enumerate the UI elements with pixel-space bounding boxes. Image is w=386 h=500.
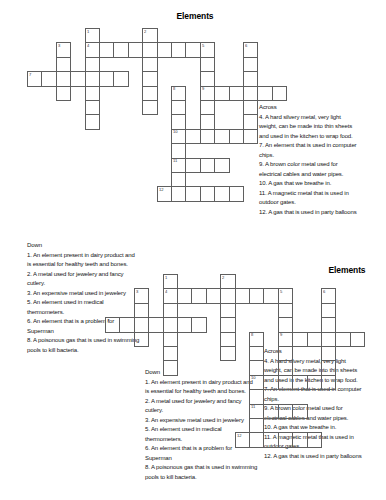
cell-number: 11 — [173, 159, 177, 163]
down-clue-line: thermometers. — [27, 308, 139, 318]
grid-cell: 3 — [134, 288, 149, 303]
down-header: Down — [27, 241, 139, 251]
grid-cell — [134, 303, 149, 318]
cell-number: 9 — [202, 87, 204, 91]
across-clue-line: outdoor gates. — [259, 198, 357, 208]
cell-number: 3 — [58, 44, 60, 48]
grid-cell — [134, 332, 149, 347]
grid-cell — [191, 288, 206, 303]
grid-cell — [113, 42, 128, 57]
across-clues: Across 4. A hard silvery metal, very lig… — [259, 103, 357, 218]
grid-cell — [56, 57, 71, 72]
crossword-grid: 457910111212368 — [105, 274, 366, 449]
grid-cell — [214, 186, 229, 201]
down-clue-line: cutlery. — [145, 406, 257, 416]
across-clues: Across 4. A hard silvery metal, very lig… — [264, 347, 362, 462]
grid-cell — [142, 71, 157, 86]
across-clue-lines: 4. A hard silvery metal, very lightweigh… — [264, 357, 362, 462]
grid-cell: 4 — [85, 42, 100, 57]
down-header: Down — [145, 368, 257, 378]
across-clue-line: and used in the kitchen to wrap food. — [259, 132, 357, 142]
cell-number: 4 — [165, 290, 167, 294]
grid-cell: 4 — [163, 288, 178, 303]
crossword-grid: 457910111212368 — [27, 28, 288, 203]
across-clue-line: 9. A brown color metal used for — [264, 404, 362, 414]
down-clue-line: 1. An element present in dairy product a… — [145, 378, 257, 388]
cell-number: 9 — [280, 333, 282, 337]
cell-number: 6 — [323, 290, 325, 294]
grid-cell — [85, 114, 100, 129]
grid-cell: 12 — [157, 186, 172, 201]
across-clue-line: 9. A brown color metal used for — [259, 160, 357, 170]
grid-cell — [292, 432, 307, 447]
grid-cell — [206, 288, 221, 303]
grid-cell — [249, 418, 264, 433]
cell-number: 10 — [173, 130, 178, 134]
down-clue-line: 8. A poisonous gas that is used in swimm… — [27, 336, 139, 346]
grid-cell — [171, 100, 186, 115]
across-header: Across — [264, 347, 362, 357]
grid-cell — [119, 317, 134, 332]
down-clue-line: 6. An element that is a problem for — [27, 317, 139, 327]
grid-cell — [214, 158, 229, 173]
grid-cell — [220, 317, 235, 332]
grid-cell — [163, 360, 178, 375]
grid-cell — [307, 432, 322, 447]
grid-cell — [292, 404, 307, 419]
grid-cell — [307, 332, 322, 347]
grid-cell — [142, 100, 157, 115]
grid-cell — [214, 129, 229, 144]
grid-cell — [85, 57, 100, 72]
down-clue-line: cutlery. — [27, 279, 139, 289]
grid-cell: 7 — [105, 317, 120, 332]
grid-cell — [142, 42, 157, 57]
grid-cell — [185, 129, 200, 144]
grid-cell — [278, 432, 293, 447]
across-clue-line: 11. A magnetic metal that is used in — [264, 433, 362, 443]
grid-cell — [142, 86, 157, 101]
grid-cell: 7 — [27, 71, 42, 86]
cell-number: 4 — [87, 44, 89, 48]
down-clue-line: 8. A poisonous gas that is used in swimm… — [145, 463, 257, 473]
across-clue-line: chips. — [259, 151, 357, 161]
down-clue-line: 5. An element used in medical — [145, 425, 257, 435]
cell-number: 2 — [222, 276, 224, 280]
grid-cell — [177, 317, 192, 332]
grid-cell — [214, 86, 229, 101]
grid-cell — [41, 71, 56, 86]
across-clue-line: 7. An element that is used in computer — [259, 141, 357, 151]
puzzle-title: Elements — [159, 11, 231, 21]
grid-cell — [249, 346, 264, 361]
down-clue-line: 3. An expensive metal used in jewelery — [27, 289, 139, 299]
cell-number: 7 — [29, 73, 31, 77]
puzzle-title: Elements — [311, 265, 383, 275]
down-clue-line: pools to kill bacteria. — [145, 473, 257, 483]
grid-cell: 10 — [171, 129, 186, 144]
grid-cell — [171, 143, 186, 158]
down-clue-line: pools to kill bacteria. — [27, 346, 139, 356]
grid-cell — [163, 317, 178, 332]
cell-number: 1 — [165, 276, 167, 280]
grid-cell — [278, 360, 293, 375]
down-clue-line: 2. A metal used for jewelery and fancy — [145, 397, 257, 407]
grid-cell — [171, 172, 186, 187]
grid-cell: 6 — [321, 288, 336, 303]
across-clue-line: 10. A gas that we breathe in. — [259, 179, 357, 189]
grid-cell — [177, 288, 192, 303]
across-clue-line: electrical cables and water pipes. — [264, 414, 362, 424]
across-clue-lines: 4. A hard silvery metal, very lightweigh… — [259, 113, 357, 218]
grid-cell — [185, 158, 200, 173]
puzzle-copy-1: Elements 457910111212368 Across 4. A har… — [0, 0, 386, 500]
grid-cell — [235, 288, 250, 303]
grid-cell — [278, 317, 293, 332]
grid-cell — [229, 129, 244, 144]
cell-number: 12 — [159, 188, 164, 192]
grid-cell — [200, 57, 215, 72]
grid-cell — [191, 317, 206, 332]
grid-cell: 10 — [249, 375, 264, 390]
cell-number: 1 — [87, 30, 89, 34]
grid-cell — [142, 57, 157, 72]
down-clues: Down 1. An element present in dairy prod… — [145, 368, 257, 483]
grid-cell — [220, 288, 235, 303]
grid-cell: 1 — [163, 274, 178, 289]
cell-number: 12 — [237, 434, 242, 438]
cell-number: 6 — [245, 44, 247, 48]
grid-cell — [157, 42, 172, 57]
grid-cell — [243, 71, 258, 86]
grid-cell — [99, 42, 114, 57]
grid-cell: 5 — [200, 42, 215, 57]
grid-cell — [171, 42, 186, 57]
grid-cell — [200, 129, 215, 144]
grid-cell — [171, 186, 186, 201]
across-clue-line: weight, can be made into thin sheets — [259, 122, 357, 132]
grid-cell: 2 — [142, 28, 157, 43]
grid-cell — [263, 375, 278, 390]
grid-cell — [148, 317, 163, 332]
grid-cell — [163, 303, 178, 318]
cell-number: 10 — [251, 376, 256, 380]
grid-cell — [200, 186, 215, 201]
across-clue-line: 12. A gas that is used in party balloons — [264, 452, 362, 462]
grid-cell — [85, 100, 100, 115]
grid-cell — [278, 404, 293, 419]
puzzle-copy-2: Across 4. A hard silvery metal, very lig… — [0, 0, 386, 500]
grid-cell — [263, 404, 278, 419]
grid-cell — [278, 346, 293, 361]
grid-cell — [113, 71, 128, 86]
grid-cell — [249, 432, 264, 447]
grid-cell — [272, 86, 287, 101]
down-clue-line: thermometers. — [145, 435, 257, 445]
grid-cell — [263, 432, 278, 447]
grid-cell — [220, 332, 235, 347]
cell-number: 11 — [251, 405, 255, 409]
grid-cell — [321, 346, 336, 361]
across-clue-line: 4. A hard silvery metal, very light — [259, 113, 357, 123]
across-clue-line: 4. A hard silvery metal, very light — [264, 357, 362, 367]
grid-cell — [321, 375, 336, 390]
grid-cell: 1 — [85, 28, 100, 43]
cell-number: 5 — [280, 290, 282, 294]
grid-cell — [134, 317, 149, 332]
across-clue-line: 7. An element that is used in computer — [264, 385, 362, 395]
grid-cell: 5 — [278, 288, 293, 303]
grid-cell — [292, 375, 307, 390]
grid-cell — [200, 158, 215, 173]
down-clue-line: 2. A metal used for jewelery and fancy — [27, 270, 139, 280]
grid-cell — [171, 114, 186, 129]
grid-cell — [185, 186, 200, 201]
grid-cell — [99, 71, 114, 86]
grid-cell — [128, 42, 143, 57]
across-header: Across — [259, 103, 357, 113]
grid-cell — [243, 57, 258, 72]
grid-cell — [70, 71, 85, 86]
cell-number: 8 — [251, 333, 253, 337]
grid-cell — [257, 86, 272, 101]
grid-cell — [243, 114, 258, 129]
grid-cell: 12 — [235, 432, 250, 447]
cell-number: 7 — [107, 319, 109, 323]
cell-number: 2 — [144, 30, 146, 34]
grid-cell — [243, 100, 258, 115]
grid-cell: 8 — [171, 86, 186, 101]
cell-number: 8 — [173, 87, 175, 91]
grid-cell: 9 — [200, 86, 215, 101]
across-clue-line: 11. A magnetic metal that is used in — [259, 189, 357, 199]
grid-cell — [185, 42, 200, 57]
grid-cell — [278, 375, 293, 390]
grid-cell — [321, 332, 336, 347]
down-clue-line: Superman — [145, 454, 257, 464]
grid-cell — [200, 100, 215, 115]
down-clue-line: 1. An element present in dairy product a… — [27, 251, 139, 261]
grid-cell — [163, 332, 178, 347]
down-clue-line: 5. An element used in medical — [27, 298, 139, 308]
grid-cell: 11 — [171, 158, 186, 173]
grid-cell — [243, 86, 258, 101]
grid-cell — [200, 71, 215, 86]
grid-cell — [350, 332, 365, 347]
grid-cell: 2 — [220, 274, 235, 289]
grid-cell — [200, 114, 215, 129]
grid-cell — [220, 303, 235, 318]
grid-cell — [56, 71, 71, 86]
grid-cell — [163, 346, 178, 361]
across-clue-line: 12. A gas that is used in party balloons — [259, 208, 357, 218]
grid-cell — [220, 346, 235, 361]
across-clue-line: outdoor gates. — [264, 442, 362, 452]
grid-cell — [263, 288, 278, 303]
across-clue-line: 10. A gas that we breathe in. — [264, 423, 362, 433]
grid-cell — [321, 317, 336, 332]
down-clue-line: is essential for healthy teeth and bones… — [27, 260, 139, 270]
grid-cell — [321, 303, 336, 318]
grid-cell — [278, 303, 293, 318]
grid-cell — [85, 71, 100, 86]
grid-cell — [335, 332, 350, 347]
grid-cell — [292, 332, 307, 347]
grid-cell — [56, 86, 71, 101]
grid-cell — [243, 129, 258, 144]
grid-cell: 9 — [278, 332, 293, 347]
grid-cell — [229, 86, 244, 101]
grid-cell: 6 — [243, 42, 258, 57]
grid-cell: 8 — [249, 332, 264, 347]
across-clue-line: weight, can be made into thin sheets — [264, 366, 362, 376]
grid-cell: 11 — [249, 404, 264, 419]
grid-cell — [321, 360, 336, 375]
down-clue-lines: 1. An element present in dairy product a… — [145, 378, 257, 483]
across-clue-line: electrical cables and water pipes. — [259, 170, 357, 180]
down-clue-line: Superman — [27, 327, 139, 337]
grid-cell — [307, 375, 322, 390]
down-clue-lines: 1. An element present in dairy product a… — [27, 251, 139, 356]
grid-cell: 3 — [56, 42, 71, 57]
down-clue-line: 6. An element that is a problem for — [145, 444, 257, 454]
grid-cell — [249, 389, 264, 404]
across-clue-line: chips. — [264, 395, 362, 405]
grid-cell — [249, 360, 264, 375]
grid-cell — [229, 186, 244, 201]
grid-cell — [85, 86, 100, 101]
down-clue-line: is essential for healthy teeth and bones… — [145, 387, 257, 397]
across-clue-line: and used in the kitchen to wrap food. — [264, 376, 362, 386]
cell-number: 3 — [136, 290, 138, 294]
grid-cell — [249, 288, 264, 303]
cell-number: 5 — [202, 44, 204, 48]
down-clues: Down 1. An element present in dairy prod… — [27, 241, 139, 356]
down-clue-line: 3. An expensive metal used in jewelery — [145, 416, 257, 426]
